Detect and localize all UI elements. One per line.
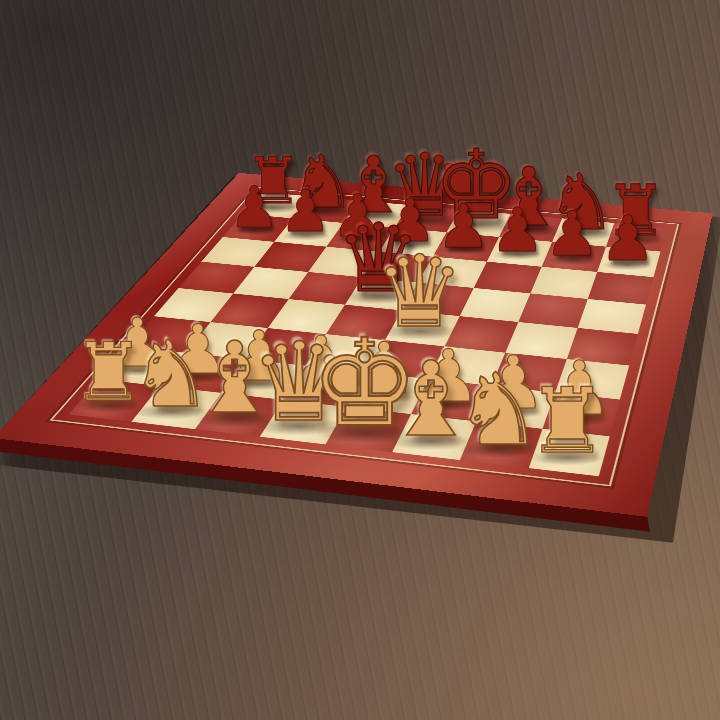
piece-white-rook-h1[interactable]: ♜: [527, 376, 607, 466]
piece-black-pawn-g7[interactable]: ♟: [545, 204, 600, 266]
piece-black-pawn-h7[interactable]: ♟: [600, 209, 656, 271]
piece-black-pawn-b7[interactable]: ♟: [279, 183, 331, 241]
product-photo-scene: ♜♞♝♛♚♝♞♜♟♟♟♟♟♟♟♟♛♛♟♟♟♟♟♟♟♟♜♞♝♛♚♝♞♜: [0, 0, 720, 720]
piece-black-pawn-a7[interactable]: ♟: [228, 179, 279, 236]
piece-black-pawn-f7[interactable]: ♟: [490, 200, 544, 261]
